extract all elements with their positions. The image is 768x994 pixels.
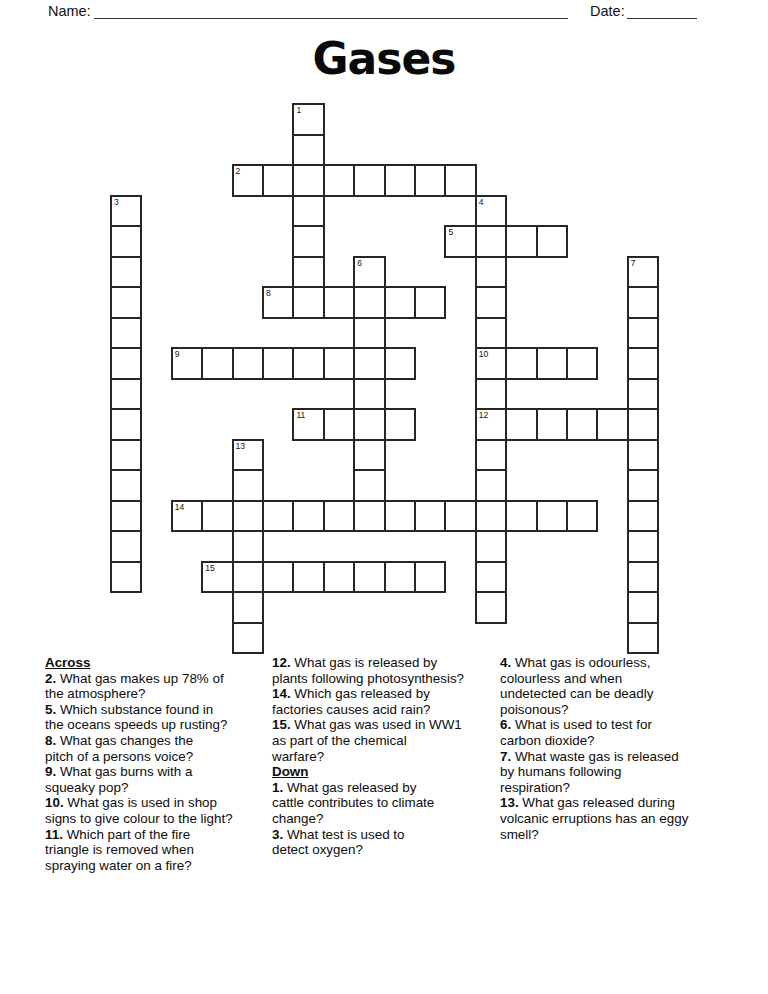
grid-cell[interactable] (384, 561, 416, 594)
grid-cell[interactable]: 9 (171, 347, 203, 380)
grid-cell[interactable] (627, 439, 659, 472)
grid-cell[interactable] (292, 286, 324, 319)
grid-cell[interactable]: 14 (171, 500, 203, 533)
grid-cell[interactable] (627, 347, 659, 380)
clue-list-number: 4. (500, 655, 511, 670)
clue-down-6: 6. What is used to test for carbon dioxi… (500, 717, 738, 748)
clue-column-1: Across2. What gas makes up 78% of the at… (45, 655, 271, 873)
grid-cell[interactable] (353, 164, 385, 197)
grid-cell[interactable] (566, 408, 598, 441)
grid-cell[interactable] (353, 317, 385, 350)
clue-text: What gas released by cattle contributes … (272, 780, 434, 826)
grid-cell[interactable] (505, 500, 537, 533)
clue-down-1: 1. What gas released by cattle contribut… (272, 780, 498, 827)
clue-down-4: 4. What gas is odourless, colourless and… (500, 655, 738, 717)
grid-cell[interactable] (110, 561, 142, 594)
grid-cell[interactable]: 6 (353, 256, 385, 289)
grid-cell[interactable] (292, 164, 324, 197)
clue-down-7: 7. What waste gas is released by humans … (500, 749, 738, 796)
clue-across-10: 10. What gas is used in shop signs to gi… (45, 795, 271, 826)
grid-cell[interactable] (110, 378, 142, 411)
grid-cell[interactable] (505, 408, 537, 441)
clue-list-number: 11. (45, 827, 63, 842)
grid-cell[interactable] (627, 622, 659, 655)
grid-cell[interactable] (262, 164, 294, 197)
grid-cell[interactable] (110, 530, 142, 563)
grid-cell[interactable] (323, 286, 355, 319)
grid-cell[interactable] (475, 317, 507, 350)
clue-list-number: 8. (45, 733, 56, 748)
grid-cell[interactable] (353, 286, 385, 319)
page-title: Gases (0, 33, 768, 84)
grid-cell[interactable] (353, 439, 385, 472)
grid-cell[interactable] (323, 500, 355, 533)
grid-cell[interactable] (323, 347, 355, 380)
grid-cell[interactable]: 15 (201, 561, 233, 594)
clue-text: What gas released during volcanic errupt… (500, 795, 688, 841)
grid-cell[interactable] (110, 439, 142, 472)
clue-number-11: 11 (296, 410, 305, 420)
clue-text: Which substance found in the oceans spee… (45, 702, 227, 733)
grid-cell[interactable] (536, 408, 568, 441)
clue-list-number: 1. (272, 780, 283, 795)
grid-cell[interactable] (262, 347, 294, 380)
grid-cell[interactable] (110, 256, 142, 289)
grid-cell[interactable] (475, 591, 507, 624)
grid-cell[interactable] (414, 286, 446, 319)
clue-column-2: 12. What gas is released by plants follo… (272, 655, 498, 858)
clue-number-14: 14 (175, 502, 184, 512)
grid-cell[interactable] (536, 500, 568, 533)
grid-cell[interactable] (384, 164, 416, 197)
grid-cell[interactable] (201, 500, 233, 533)
grid-cell[interactable] (444, 500, 476, 533)
grid-cell[interactable] (475, 378, 507, 411)
grid-cell[interactable] (292, 561, 324, 594)
clue-down-3: 3. What test is used to detect oxygen? (272, 827, 498, 858)
clue-number-2: 2 (236, 166, 241, 176)
crossword-grid: 258910111214151346713 (110, 103, 660, 655)
clue-list-number: 15. (272, 717, 291, 732)
grid-cell[interactable] (627, 317, 659, 350)
grid-cell[interactable] (384, 408, 416, 441)
clue-text: What gas changes the pitch of a persons … (45, 733, 193, 764)
clue-across-15: 15. What gas was used in WW1 as part of … (272, 717, 498, 764)
clue-number-9: 9 (175, 349, 180, 359)
grid-cell[interactable] (475, 286, 507, 319)
grid-cell[interactable]: 13 (232, 439, 264, 472)
grid-cell[interactable]: 10 (475, 347, 507, 380)
clue-across-14: 14. Which gas released by factories caus… (272, 686, 498, 717)
clue-number-12: 12 (479, 410, 488, 420)
clue-number-15: 15 (205, 563, 214, 573)
grid-cell[interactable] (262, 500, 294, 533)
grid-cell[interactable] (232, 347, 264, 380)
grid-cell[interactable] (262, 561, 294, 594)
grid-cell[interactable] (444, 164, 476, 197)
grid-cell[interactable] (232, 622, 264, 655)
grid-cell[interactable]: 4 (475, 195, 507, 228)
clue-list-number: 13. (500, 795, 519, 810)
clue-list-number: 2. (45, 671, 56, 686)
grid-cell[interactable] (414, 164, 446, 197)
clue-number-5: 5 (448, 227, 453, 237)
across-heading: Across (45, 655, 271, 671)
clue-text: What gas is odourless, colourless and wh… (500, 655, 653, 717)
clue-number-3: 3 (114, 197, 119, 207)
clue-across-11: 11. Which part of the fire triangle is r… (45, 827, 271, 874)
grid-cell[interactable]: 3 (110, 195, 142, 228)
clue-list-number: 3. (272, 827, 283, 842)
grid-cell[interactable] (110, 408, 142, 441)
grid-cell[interactable] (323, 408, 355, 441)
grid-cell[interactable] (414, 500, 446, 533)
clue-text: What gas was used in WW1 as part of the … (272, 717, 462, 763)
grid-cell[interactable] (353, 408, 385, 441)
grid-cell[interactable] (292, 134, 324, 167)
clue-column-3: 4. What gas is odourless, colourless and… (500, 655, 738, 842)
grid-cell[interactable] (353, 469, 385, 502)
crossword-worksheet-page: Name: Date: Gases 258910111214151346713 … (0, 0, 768, 994)
grid-cell[interactable] (475, 225, 507, 258)
grid-cell[interactable] (505, 347, 537, 380)
grid-cell[interactable] (596, 408, 628, 441)
clue-list-number: 10. (45, 795, 64, 810)
clue-number-1: 1 (296, 105, 301, 115)
date-label: Date: (590, 3, 625, 19)
clue-list-number: 9. (45, 764, 56, 779)
clue-list-number: 7. (500, 749, 511, 764)
grid-cell[interactable] (292, 256, 324, 289)
grid-cell[interactable] (232, 591, 264, 624)
grid-cell[interactable] (232, 500, 264, 533)
down-heading: Down (272, 764, 498, 780)
clue-across-2: 2. What gas makes up 78% of the atmosphe… (45, 671, 271, 702)
grid-cell[interactable] (292, 500, 324, 533)
grid-cell[interactable] (566, 347, 598, 380)
clue-text: What gas burns with a squeaky pop? (45, 764, 192, 795)
grid-cell[interactable] (323, 561, 355, 594)
grid-cell[interactable] (232, 561, 264, 594)
grid-cell[interactable] (627, 408, 659, 441)
grid-cell[interactable] (505, 225, 537, 258)
grid-cell[interactable]: 7 (627, 256, 659, 289)
grid-cell[interactable] (110, 500, 142, 533)
grid-cell[interactable] (475, 500, 507, 533)
clue-across-5: 5. Which substance found in the oceans s… (45, 702, 271, 733)
grid-cell[interactable]: 12 (475, 408, 507, 441)
grid-cell[interactable] (110, 286, 142, 319)
grid-cell[interactable] (353, 561, 385, 594)
grid-cell[interactable] (353, 500, 385, 533)
clue-number-8: 8 (266, 288, 271, 298)
grid-cell[interactable] (110, 317, 142, 350)
clue-number-6: 6 (357, 258, 362, 268)
grid-cell[interactable]: 2 (232, 164, 264, 197)
clue-list-number: 12. (272, 655, 291, 670)
grid-cell[interactable] (627, 530, 659, 563)
clue-number-4: 4 (479, 197, 484, 207)
grid-cell[interactable] (536, 225, 568, 258)
clue-number-13: 13 (236, 441, 245, 451)
clue-number-7: 7 (631, 258, 636, 268)
date-fill-line (627, 1, 697, 19)
grid-cell[interactable] (475, 439, 507, 472)
clue-text: What gas makes up 78% of the atmosphere? (45, 671, 224, 702)
clue-text: What waste gas is released by humans fol… (500, 749, 679, 795)
grid-cell[interactable] (384, 500, 416, 533)
clue-down-13: 13. What gas released during volcanic er… (500, 795, 738, 842)
grid-cell[interactable] (384, 347, 416, 380)
name-label: Name: (48, 3, 91, 19)
grid-cell[interactable] (475, 530, 507, 563)
grid-cell[interactable] (414, 561, 446, 594)
grid-cell[interactable] (110, 225, 142, 258)
grid-cell[interactable] (384, 286, 416, 319)
grid-cell[interactable] (353, 347, 385, 380)
clue-text: What gas is used in shop signs to give c… (45, 795, 233, 826)
grid-cell[interactable] (566, 500, 598, 533)
grid-cell[interactable] (627, 286, 659, 319)
grid-cell[interactable]: 11 (292, 408, 324, 441)
clue-text: What gas is released by plants following… (272, 655, 464, 686)
clue-text: What test is used to detect oxygen? (272, 827, 405, 858)
grid-cell[interactable] (627, 500, 659, 533)
grid-cell[interactable] (292, 195, 324, 228)
grid-cell[interactable] (201, 347, 233, 380)
grid-cell[interactable] (475, 561, 507, 594)
clue-text: Which part of the fire triangle is remov… (45, 827, 194, 873)
clue-text: What is used to test for carbon dioxide? (500, 717, 652, 748)
grid-cell[interactable] (627, 561, 659, 594)
grid-cell[interactable] (110, 347, 142, 380)
grid-cell[interactable]: 5 (444, 225, 476, 258)
grid-cell[interactable] (627, 591, 659, 624)
grid-cell[interactable]: 1 (292, 103, 324, 136)
clue-list-number: 6. (500, 717, 511, 732)
clue-list-number: 14. (272, 686, 291, 701)
clue-across-12: 12. What gas is released by plants follo… (272, 655, 498, 686)
grid-cell[interactable] (627, 378, 659, 411)
grid-cell[interactable] (353, 378, 385, 411)
grid-cell[interactable] (292, 347, 324, 380)
grid-cell[interactable] (536, 347, 568, 380)
clue-across-9: 9. What gas burns with a squeaky pop? (45, 764, 271, 795)
grid-cell[interactable] (110, 469, 142, 502)
grid-cell[interactable] (475, 256, 507, 289)
grid-cell[interactable]: 8 (262, 286, 294, 319)
grid-cell[interactable] (627, 469, 659, 502)
grid-cell[interactable] (475, 469, 507, 502)
clue-number-10: 10 (479, 349, 488, 359)
grid-cell[interactable] (232, 469, 264, 502)
clue-text: Which gas released by factories causes a… (272, 686, 431, 717)
name-fill-line (94, 1, 568, 19)
grid-cell[interactable] (232, 530, 264, 563)
clue-list-number: 5. (45, 702, 56, 717)
grid-cell[interactable] (323, 164, 355, 197)
clue-across-8: 8. What gas changes the pitch of a perso… (45, 733, 271, 764)
grid-cell[interactable] (292, 225, 324, 258)
